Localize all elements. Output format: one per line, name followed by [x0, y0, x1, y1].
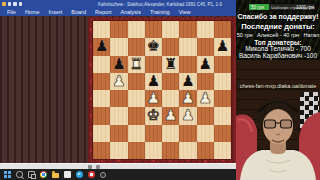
piece-white-king[interactable]: ♚: [147, 108, 160, 123]
menu-tab-training[interactable]: Training: [146, 8, 174, 16]
screen: Kalinitschew - Siakhov,Alexander, Karlsb…: [0, 0, 320, 180]
square-g4[interactable]: ♟: [197, 90, 214, 107]
ribbon-tabs: FileHomeInsertBoardReportAnalysisTrainin…: [0, 8, 236, 16]
menu-tab-analysis[interactable]: Analysis: [117, 8, 145, 16]
messenger-app-icon[interactable]: [76, 171, 83, 178]
chess-board[interactable]: ♟♚♟♟♜♜♟♟♟♟♟♟♟♚♟♟: [93, 21, 231, 159]
recent-donations-title: Последние донаты:: [236, 22, 320, 31]
top-donors-list: Микола Теличко - 700Василь Карабанович -…: [236, 46, 320, 59]
window-titlebar[interactable]: Kalinitschew - Siakhov,Alexander, Karlsb…: [0, 0, 236, 8]
piece-black-pawn[interactable]: ♟: [216, 39, 229, 54]
square-c3[interactable]: [128, 107, 145, 124]
square-h2[interactable]: [214, 125, 231, 142]
piece-black-pawn[interactable]: ♟: [147, 74, 160, 89]
window-title: Kalinitschew - Siakhov,Alexander, Karlsb…: [98, 2, 222, 7]
square-h8[interactable]: [214, 21, 231, 38]
board-options-icon[interactable]: [88, 165, 92, 169]
square-h5[interactable]: [214, 73, 231, 90]
square-c8[interactable]: [128, 21, 145, 38]
square-e4[interactable]: [162, 90, 179, 107]
piece-white-pawn[interactable]: ♟: [112, 74, 125, 89]
top-donor-entry: Василь Карабанович -100: [236, 53, 320, 60]
square-d8[interactable]: [145, 21, 162, 38]
square-a4[interactable]: [93, 90, 110, 107]
piece-white-pawn[interactable]: ♟: [147, 91, 160, 106]
settings-app-icon[interactable]: [100, 172, 106, 178]
start-button-icon[interactable]: [4, 171, 11, 178]
menu-tab-board[interactable]: Board: [67, 8, 90, 16]
square-c6[interactable]: ♜: [128, 56, 145, 73]
piece-black-king[interactable]: ♚: [147, 39, 160, 54]
white-app-icon[interactable]: [64, 171, 71, 178]
square-b6[interactable]: ♟: [110, 56, 127, 73]
square-d3[interactable]: ♚: [145, 107, 162, 124]
menu-tab-report[interactable]: Report: [91, 8, 116, 16]
square-a2[interactable]: [93, 125, 110, 142]
piece-white-pawn[interactable]: ♟: [198, 91, 211, 106]
square-a7[interactable]: ♟: [93, 38, 110, 55]
square-a1[interactable]: [93, 142, 110, 159]
app-icon[interactable]: [2, 2, 6, 6]
search-icon[interactable]: [16, 171, 23, 178]
redo-icon[interactable]: [19, 2, 23, 6]
square-e2[interactable]: [162, 125, 179, 142]
square-d1[interactable]: [145, 142, 162, 159]
square-c1[interactable]: [128, 142, 145, 159]
square-f7[interactable]: [179, 38, 196, 55]
windows-taskbar[interactable]: [0, 169, 236, 180]
square-g1[interactable]: [197, 142, 214, 159]
play-icon[interactable]: [96, 165, 100, 169]
square-c7[interactable]: [128, 38, 145, 55]
chess-board-frame: 87654321 ♟♚♟♟♜♜♟♟♟♟♟♟♟♚♟♟ abcdefgh: [88, 17, 236, 163]
menu-tab-file[interactable]: File: [3, 8, 20, 16]
thanks-text: Спасибо за поддержку!: [236, 13, 320, 20]
square-b1[interactable]: [110, 142, 127, 159]
square-e6[interactable]: ♜: [162, 56, 179, 73]
donation-goal-bar: 50 грн Чай/кофе стримеру 0% 1000 грн: [248, 3, 316, 11]
square-a3[interactable]: [93, 107, 110, 124]
square-g7[interactable]: [197, 38, 214, 55]
goal-raised-amount: 50 грн: [251, 5, 264, 10]
donate-link: chess-fan-mxp.diaka.ua/donate: [236, 83, 320, 89]
square-d7[interactable]: ♚: [145, 38, 162, 55]
stream-overlay-panel: 50 грн Чай/кофе стримеру 0% 1000 грн Спа…: [236, 0, 320, 180]
square-e7[interactable]: [162, 38, 179, 55]
window-content: 87654321 ♟♚♟♟♜♜♟♟♟♟♟♟♟♚♟♟ abcdefgh: [0, 16, 236, 163]
square-f8[interactable]: [179, 21, 196, 38]
chrome-icon[interactable]: [40, 171, 47, 178]
square-d2[interactable]: [145, 125, 162, 142]
task-view-icon[interactable]: [28, 171, 35, 178]
square-g3[interactable]: [197, 107, 214, 124]
piece-black-pawn[interactable]: ♟: [198, 57, 211, 72]
piece-black-pawn[interactable]: ♟: [112, 57, 125, 72]
goal-target-amount: 1000 грн: [296, 5, 314, 10]
square-e8[interactable]: [162, 21, 179, 38]
square-d5[interactable]: ♟: [145, 73, 162, 90]
piece-white-pawn[interactable]: ♟: [181, 108, 194, 123]
piece-black-rook[interactable]: ♜: [164, 57, 177, 72]
square-f4[interactable]: ♟: [179, 90, 196, 107]
square-b4[interactable]: [110, 90, 127, 107]
square-b3[interactable]: [110, 107, 127, 124]
square-f2[interactable]: [179, 125, 196, 142]
square-h3[interactable]: [214, 107, 231, 124]
piece-white-pawn[interactable]: ♟: [181, 91, 194, 106]
webcam-feed: chess-fan-mxp.diaka.ua/donate: [236, 60, 320, 180]
square-g2[interactable]: [197, 125, 214, 142]
square-h1[interactable]: [214, 142, 231, 159]
square-b5[interactable]: ♟: [110, 73, 127, 90]
recent-donations-line: 50 грн Алексей - 40 грн Натал: [236, 32, 320, 38]
square-h6[interactable]: [214, 56, 231, 73]
square-g5[interactable]: [197, 73, 214, 90]
square-d6[interactable]: [145, 56, 162, 73]
quick-access-toolbar: [2, 2, 22, 6]
square-f1[interactable]: [179, 142, 196, 159]
square-f5[interactable]: ♟: [179, 73, 196, 90]
menu-tab-view[interactable]: View: [175, 8, 195, 16]
square-a6[interactable]: [93, 56, 110, 73]
piece-white-pawn[interactable]: ♟: [164, 108, 177, 123]
chessbase-window: Kalinitschew - Siakhov,Alexander, Karlsb…: [0, 0, 236, 163]
square-f3[interactable]: ♟: [179, 107, 196, 124]
square-d4[interactable]: ♟: [145, 90, 162, 107]
piece-black-pawn[interactable]: ♟: [95, 39, 108, 54]
square-b8[interactable]: [110, 21, 127, 38]
recorder-app-icon[interactable]: [88, 171, 95, 178]
menu-tab-home[interactable]: Home: [21, 8, 44, 16]
square-b7[interactable]: [110, 38, 127, 55]
square-g6[interactable]: ♟: [197, 56, 214, 73]
square-a8[interactable]: [93, 21, 110, 38]
square-c2[interactable]: [128, 125, 145, 142]
square-f6[interactable]: [179, 56, 196, 73]
square-c5[interactable]: [128, 73, 145, 90]
square-e5[interactable]: [162, 73, 179, 90]
menu-tab-insert[interactable]: Insert: [45, 8, 67, 16]
file-explorer-icon[interactable]: [52, 173, 59, 178]
square-b2[interactable]: [110, 125, 127, 142]
piece-white-rook[interactable]: ♜: [129, 57, 142, 72]
square-c4[interactable]: [128, 90, 145, 107]
streamer-portrait: [236, 60, 320, 180]
square-a5[interactable]: [93, 73, 110, 90]
piece-black-pawn[interactable]: ♟: [181, 74, 194, 89]
square-h7[interactable]: ♟: [214, 38, 231, 55]
square-h4[interactable]: [214, 90, 231, 107]
save-icon[interactable]: [8, 2, 12, 6]
undo-icon[interactable]: [13, 2, 17, 6]
square-g8[interactable]: [197, 21, 214, 38]
square-e1[interactable]: [162, 142, 179, 159]
square-e3[interactable]: ♟: [162, 107, 179, 124]
